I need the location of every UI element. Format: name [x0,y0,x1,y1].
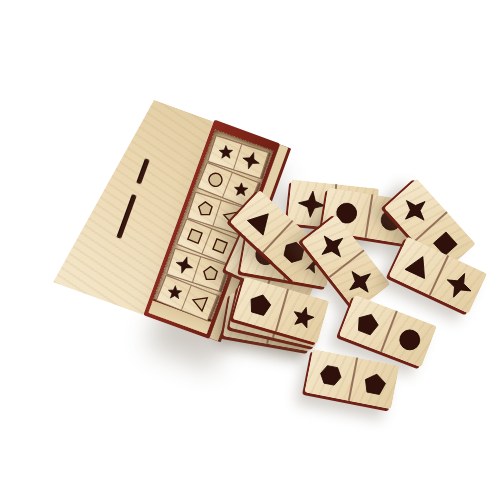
pentagon-cutout-icon [354,363,395,404]
pentagon-cutout-icon [238,282,281,325]
star4-cutout-icon [436,261,483,308]
scene [0,0,500,500]
pentagon-cutout-icon [345,301,390,346]
triangle-cutout-icon [184,288,214,318]
circle-cutout-icon [387,317,432,362]
domino-half [348,357,400,409]
lid-slot-icon [116,194,136,239]
pentagon-cutout-icon [195,259,224,288]
star5-cutout-icon [281,295,324,338]
star4-cutout-icon [236,147,265,176]
domino-tile[interactable] [305,349,400,409]
hexagon-cutout-icon [310,354,351,395]
lid-slot-icon [136,158,150,184]
